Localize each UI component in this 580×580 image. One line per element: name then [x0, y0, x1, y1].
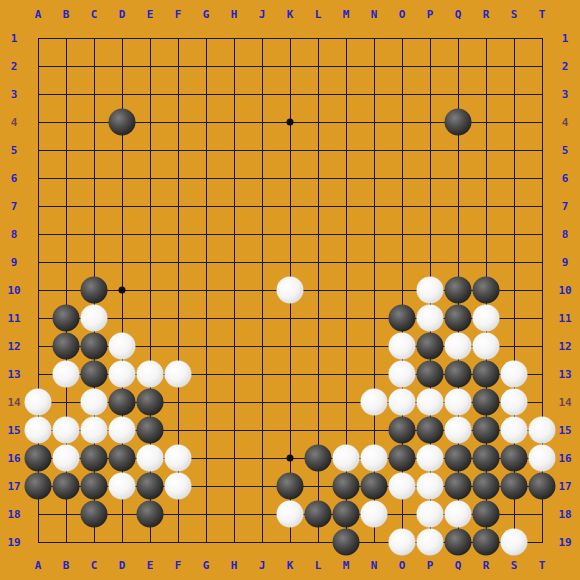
row-label-right: 18 [558, 509, 571, 520]
black-stone [109, 389, 136, 416]
white-stone [417, 277, 444, 304]
row-label-right: 10 [558, 285, 571, 296]
black-stone [417, 417, 444, 444]
white-stone [389, 389, 416, 416]
white-stone [389, 529, 416, 556]
col-label-top: N [371, 9, 378, 20]
white-stone [417, 501, 444, 528]
black-stone [81, 277, 108, 304]
star-point [287, 119, 294, 126]
row-label-left: 15 [7, 425, 20, 436]
white-stone [361, 445, 388, 472]
white-stone [165, 445, 192, 472]
row-label-right: 4 [562, 117, 569, 128]
black-stone [445, 305, 472, 332]
col-label-top: R [483, 9, 490, 20]
black-stone [53, 305, 80, 332]
black-stone [473, 389, 500, 416]
row-label-left: 5 [11, 145, 18, 156]
white-stone [529, 445, 556, 472]
white-stone [109, 361, 136, 388]
white-stone [333, 445, 360, 472]
col-label-top: E [147, 9, 154, 20]
col-label-top: F [175, 9, 182, 20]
white-stone [445, 417, 472, 444]
white-stone [417, 389, 444, 416]
col-label-top: T [539, 9, 546, 20]
black-stone [501, 473, 528, 500]
black-stone [53, 473, 80, 500]
black-stone [529, 473, 556, 500]
row-label-right: 16 [558, 453, 571, 464]
row-label-left: 3 [11, 89, 18, 100]
col-label-bottom: C [91, 560, 98, 571]
row-label-right: 13 [558, 369, 571, 380]
col-label-top: D [119, 9, 126, 20]
white-stone [501, 417, 528, 444]
col-label-bottom: N [371, 560, 378, 571]
white-stone [445, 501, 472, 528]
white-stone [417, 445, 444, 472]
col-label-bottom: Q [455, 560, 462, 571]
black-stone [81, 361, 108, 388]
col-label-bottom: P [427, 560, 434, 571]
row-label-left: 6 [11, 173, 18, 184]
black-stone [389, 305, 416, 332]
black-stone [25, 445, 52, 472]
col-label-top: L [315, 9, 322, 20]
row-label-right: 3 [562, 89, 569, 100]
white-stone [53, 361, 80, 388]
black-stone [305, 445, 332, 472]
go-board[interactable]: AABBCCDDEEFFGGHHJJKKLLMMNNOOPPQQRRSSTT11… [0, 0, 580, 580]
black-stone [445, 277, 472, 304]
col-label-top: S [511, 9, 518, 20]
black-stone [277, 473, 304, 500]
black-stone [81, 473, 108, 500]
col-label-top: P [427, 9, 434, 20]
col-label-top: H [231, 9, 238, 20]
black-stone [445, 109, 472, 136]
star-point [287, 455, 294, 462]
black-stone [109, 109, 136, 136]
col-label-bottom: T [539, 560, 546, 571]
black-stone [417, 361, 444, 388]
col-label-bottom: S [511, 560, 518, 571]
black-stone [137, 501, 164, 528]
col-label-top: O [399, 9, 406, 20]
white-stone [277, 277, 304, 304]
white-stone [501, 529, 528, 556]
black-stone [53, 333, 80, 360]
row-label-left: 17 [7, 481, 20, 492]
row-label-right: 7 [562, 201, 569, 212]
row-label-left: 9 [11, 257, 18, 268]
col-label-bottom: O [399, 560, 406, 571]
row-label-right: 17 [558, 481, 571, 492]
white-stone [389, 333, 416, 360]
white-stone [165, 473, 192, 500]
black-stone [445, 529, 472, 556]
col-label-bottom: R [483, 560, 490, 571]
black-stone [473, 277, 500, 304]
white-stone [81, 305, 108, 332]
col-label-top: Q [455, 9, 462, 20]
white-stone [417, 305, 444, 332]
white-stone [417, 473, 444, 500]
black-stone [25, 473, 52, 500]
white-stone [389, 361, 416, 388]
black-stone [501, 445, 528, 472]
row-label-right: 1 [562, 33, 569, 44]
col-label-bottom: D [119, 560, 126, 571]
black-stone [333, 473, 360, 500]
col-label-top: B [63, 9, 70, 20]
col-label-bottom: A [35, 560, 42, 571]
row-label-right: 6 [562, 173, 569, 184]
white-stone [445, 389, 472, 416]
black-stone [137, 389, 164, 416]
black-stone [473, 361, 500, 388]
black-stone [333, 501, 360, 528]
col-label-bottom: L [315, 560, 322, 571]
col-label-top: K [287, 9, 294, 20]
white-stone [53, 445, 80, 472]
row-label-left: 2 [11, 61, 18, 72]
star-point [119, 287, 126, 294]
row-label-left: 16 [7, 453, 20, 464]
black-stone [137, 417, 164, 444]
col-label-top: J [259, 9, 266, 20]
black-stone [81, 501, 108, 528]
row-label-left: 19 [7, 537, 20, 548]
black-stone [417, 333, 444, 360]
black-stone [473, 417, 500, 444]
col-label-top: G [203, 9, 210, 20]
white-stone [445, 333, 472, 360]
col-label-top: M [343, 9, 350, 20]
row-label-left: 14 [7, 397, 20, 408]
black-stone [109, 445, 136, 472]
col-label-bottom: B [63, 560, 70, 571]
white-stone [389, 473, 416, 500]
white-stone [81, 389, 108, 416]
col-label-bottom: G [203, 560, 210, 571]
row-label-left: 8 [11, 229, 18, 240]
row-label-left: 7 [11, 201, 18, 212]
black-stone [473, 445, 500, 472]
black-stone [445, 361, 472, 388]
white-stone [473, 333, 500, 360]
row-label-right: 15 [558, 425, 571, 436]
white-stone [137, 445, 164, 472]
white-stone [165, 361, 192, 388]
black-stone [473, 529, 500, 556]
black-stone [445, 445, 472, 472]
col-label-bottom: F [175, 560, 182, 571]
white-stone [361, 389, 388, 416]
row-label-right: 2 [562, 61, 569, 72]
row-label-right: 19 [558, 537, 571, 548]
black-stone [81, 445, 108, 472]
white-stone [501, 361, 528, 388]
white-stone [81, 417, 108, 444]
white-stone [361, 501, 388, 528]
col-label-top: A [35, 9, 42, 20]
col-label-bottom: K [287, 560, 294, 571]
row-label-left: 13 [7, 369, 20, 380]
black-stone [81, 333, 108, 360]
black-stone [445, 473, 472, 500]
black-stone [389, 445, 416, 472]
col-label-bottom: M [343, 560, 350, 571]
white-stone [109, 333, 136, 360]
white-stone [53, 417, 80, 444]
white-stone [529, 417, 556, 444]
black-stone [333, 529, 360, 556]
black-stone [361, 473, 388, 500]
white-stone [473, 305, 500, 332]
white-stone [109, 473, 136, 500]
black-stone [473, 473, 500, 500]
white-stone [109, 417, 136, 444]
white-stone [137, 361, 164, 388]
white-stone [277, 501, 304, 528]
row-label-right: 9 [562, 257, 569, 268]
col-label-bottom: J [259, 560, 266, 571]
white-stone [25, 417, 52, 444]
white-stone [25, 389, 52, 416]
black-stone [305, 501, 332, 528]
black-stone [137, 473, 164, 500]
row-label-left: 18 [7, 509, 20, 520]
col-label-bottom: H [231, 560, 238, 571]
row-label-right: 5 [562, 145, 569, 156]
row-label-left: 12 [7, 341, 20, 352]
row-label-right: 14 [558, 397, 571, 408]
row-label-left: 1 [11, 33, 18, 44]
row-label-right: 11 [558, 313, 571, 324]
white-stone [417, 529, 444, 556]
row-label-left: 4 [11, 117, 18, 128]
col-label-bottom: E [147, 560, 154, 571]
row-label-left: 10 [7, 285, 20, 296]
col-label-top: C [91, 9, 98, 20]
row-label-right: 12 [558, 341, 571, 352]
row-label-left: 11 [7, 313, 20, 324]
black-stone [473, 501, 500, 528]
black-stone [389, 417, 416, 444]
row-label-right: 8 [562, 229, 569, 240]
white-stone [501, 389, 528, 416]
